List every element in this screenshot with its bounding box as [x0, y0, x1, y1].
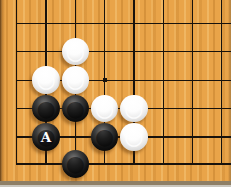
grid-vline: [16, 0, 18, 165]
stone-glyph: ●: [62, 95, 90, 123]
white-stone: ○: [120, 123, 148, 151]
star-point: [103, 78, 107, 82]
board-left-edge-shading: [0, 0, 5, 184]
black-stone: ●A: [32, 123, 60, 151]
black-stone: ●: [62, 95, 90, 123]
white-stone: ○: [62, 66, 90, 94]
go-board[interactable]: ○○○●●○○●A●○●: [0, 0, 231, 187]
stone-glyph: ○: [32, 66, 60, 94]
board-bottom-border: [0, 185, 231, 188]
stone-glyph: ○: [62, 66, 90, 94]
grid-vline: [192, 0, 193, 165]
stone-label-a: A: [41, 129, 51, 145]
stone-glyph: ○: [120, 123, 148, 151]
grid-hline: [16, 23, 231, 24]
black-stone: ●: [32, 95, 60, 123]
stone-glyph: ●: [91, 123, 119, 151]
white-stone: ○: [120, 95, 148, 123]
stone-glyph: ○: [120, 95, 148, 123]
grid-hline: [16, 51, 231, 52]
stone-glyph: ●: [62, 150, 90, 178]
black-stone: ●: [62, 150, 90, 178]
stone-glyph: ●: [32, 95, 60, 123]
board-wood-surface: [0, 0, 231, 184]
black-stone: ●: [91, 123, 119, 151]
grid-bottom-edge-line: [16, 163, 231, 165]
white-stone: ○: [32, 66, 60, 94]
grid-vline: [163, 0, 164, 165]
board-right-edge-shading: [228, 0, 231, 184]
grid-vline: [221, 0, 222, 165]
